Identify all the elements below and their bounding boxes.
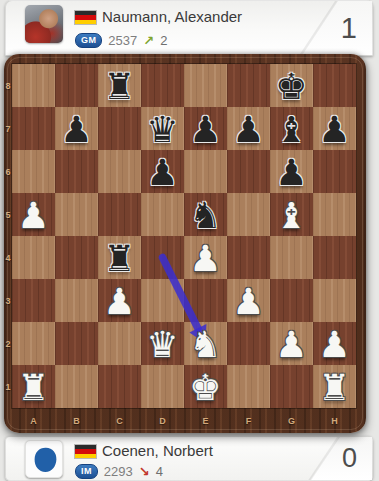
file-label-e: E (184, 408, 227, 433)
rank-label-8: 8 (4, 64, 12, 107)
white-pawn-e4[interactable]: ♟ (184, 236, 227, 279)
square-f6[interactable] (227, 150, 270, 193)
square-b8[interactable] (55, 64, 98, 107)
square-f4[interactable] (227, 236, 270, 279)
rank-label-6: 6 (4, 150, 12, 193)
white-pawn-a5[interactable]: ♟ (12, 193, 55, 236)
square-a2[interactable] (12, 322, 55, 365)
square-b4[interactable] (55, 236, 98, 279)
germany-flag-icon (75, 445, 96, 458)
black-pawn-d6[interactable]: ♟ (141, 150, 184, 193)
player-photo (25, 5, 63, 43)
square-h8[interactable] (313, 64, 356, 107)
black-pawn-b7[interactable]: ♟ (55, 107, 98, 150)
square-d8[interactable] (141, 64, 184, 107)
white-pawn-f3[interactable]: ♟ (227, 279, 270, 322)
trend-down-icon: ↘ (139, 465, 150, 478)
white-pawn-h2[interactable]: ♟ (313, 322, 356, 365)
white-rook-a1[interactable]: ♜ (12, 365, 55, 408)
square-f5[interactable] (227, 193, 270, 236)
black-pawn-e7[interactable]: ♟ (184, 107, 227, 150)
square-e8[interactable] (184, 64, 227, 107)
rank-label-2: 2 (4, 322, 12, 365)
file-label-c: C (98, 408, 141, 433)
square-a8[interactable] (12, 64, 55, 107)
square-h6[interactable] (313, 150, 356, 193)
player-meta-top: GM 2537 ↗ 2 (75, 32, 167, 48)
square-g1[interactable] (270, 365, 313, 408)
file-label-h: H (313, 408, 356, 433)
black-pawn-g6[interactable]: ♟ (270, 150, 313, 193)
square-f8[interactable] (227, 64, 270, 107)
white-king-e1[interactable]: ♚ (184, 365, 227, 408)
square-g3[interactable] (270, 279, 313, 322)
square-a4[interactable] (12, 236, 55, 279)
square-d1[interactable] (141, 365, 184, 408)
player-bar-top: Naumann, Alexander GM 2537 ↗ 2 1 (5, 0, 373, 56)
black-rook-c4[interactable]: ♜ (98, 236, 141, 279)
file-labels: ABCDEFGH (12, 408, 356, 433)
file-label-b: B (55, 408, 98, 433)
rank-label-4: 4 (4, 236, 12, 279)
rank-label-5: 5 (4, 193, 12, 236)
square-c5[interactable] (98, 193, 141, 236)
player-score-top: 1 (341, 1, 357, 55)
square-h4[interactable] (313, 236, 356, 279)
white-bishop-g5[interactable]: ♝ (270, 193, 313, 236)
black-queen-d7[interactable]: ♛ (141, 107, 184, 150)
germany-flag-icon (75, 11, 96, 24)
black-king-g8[interactable]: ♚ (270, 64, 313, 107)
black-pawn-h7[interactable]: ♟ (313, 107, 356, 150)
white-knight-e2[interactable]: ♞ (184, 322, 227, 365)
player-rating-top: 2537 (108, 33, 137, 48)
rank-label-3: 3 (4, 279, 12, 322)
square-d4[interactable] (141, 236, 184, 279)
white-pawn-g2[interactable]: ♟ (270, 322, 313, 365)
player-avatar-top (25, 5, 63, 43)
black-rook-c8[interactable]: ♜ (98, 64, 141, 107)
player-score-bottom: 0 (342, 437, 357, 480)
player-avatar-bottom (25, 440, 63, 478)
black-pawn-f7[interactable]: ♟ (227, 107, 270, 150)
square-f2[interactable] (227, 322, 270, 365)
white-queen-d2[interactable]: ♛ (141, 322, 184, 365)
square-h5[interactable] (313, 193, 356, 236)
title-badge-gm: GM (75, 33, 102, 48)
square-b6[interactable] (55, 150, 98, 193)
square-c6[interactable] (98, 150, 141, 193)
white-pawn-c3[interactable]: ♟ (98, 279, 141, 322)
square-a3[interactable] (12, 279, 55, 322)
square-f1[interactable] (227, 365, 270, 408)
player-name-top: Naumann, Alexander (102, 8, 242, 25)
square-c1[interactable] (98, 365, 141, 408)
rank-labels: 87654321 (4, 64, 12, 408)
file-label-g: G (270, 408, 313, 433)
player-meta-bottom: IM 2293 ↘ 4 (75, 463, 163, 479)
black-bishop-g7[interactable]: ♝ (270, 107, 313, 150)
square-e3[interactable] (184, 279, 227, 322)
square-a7[interactable] (12, 107, 55, 150)
white-rook-h1[interactable]: ♜ (313, 365, 356, 408)
trend-value-bottom: 4 (156, 464, 163, 479)
black-knight-e5[interactable]: ♞ (184, 193, 227, 236)
trend-up-icon: ↗ (143, 34, 154, 47)
square-b3[interactable] (55, 279, 98, 322)
square-c2[interactable] (98, 322, 141, 365)
square-b2[interactable] (55, 322, 98, 365)
square-h3[interactable] (313, 279, 356, 322)
player-bar-bottom: Coenen, Norbert IM 2293 ↘ 4 0 (5, 436, 373, 481)
file-label-d: D (141, 408, 184, 433)
chess-board[interactable]: 87654321 ABCDEFGH ♜♚♟♛♟♟♝♟♟♟♞♜♟♝♟♟♟♛♞♟♟♜… (4, 54, 366, 433)
trend-value-top: 2 (160, 33, 167, 48)
square-c7[interactable] (98, 107, 141, 150)
square-g4[interactable] (270, 236, 313, 279)
square-b5[interactable] (55, 193, 98, 236)
file-label-f: F (227, 408, 270, 433)
square-b1[interactable] (55, 365, 98, 408)
default-avatar-silhouette-icon (26, 441, 63, 478)
player-name-bottom: Coenen, Norbert (102, 442, 213, 459)
player-rating-bottom: 2293 (104, 464, 133, 479)
rank-label-7: 7 (4, 107, 12, 150)
square-d3[interactable] (141, 279, 184, 322)
square-e6[interactable] (184, 150, 227, 193)
file-label-a: A (12, 408, 55, 433)
square-a6[interactable] (12, 150, 55, 193)
rank-label-1: 1 (4, 365, 12, 408)
title-badge-im: IM (75, 464, 98, 479)
square-d5[interactable] (141, 193, 184, 236)
